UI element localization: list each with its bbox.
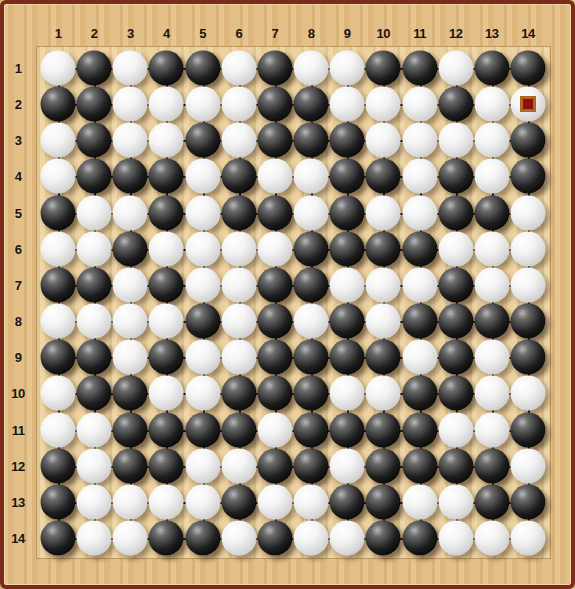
stone-white xyxy=(113,87,148,122)
stone-black xyxy=(113,231,148,266)
row-label: 8 xyxy=(15,314,22,329)
stone-white xyxy=(402,484,437,519)
stone-black xyxy=(41,195,76,230)
stone-white xyxy=(366,123,401,158)
stone-white xyxy=(113,520,148,555)
stone-black xyxy=(330,159,365,194)
row-label: 7 xyxy=(15,277,22,292)
stone-white xyxy=(149,304,184,339)
stone-black xyxy=(221,412,256,447)
stone-white xyxy=(185,484,220,519)
stone-white xyxy=(402,195,437,230)
stone-black xyxy=(77,159,112,194)
stone-black xyxy=(474,448,509,483)
stone-white xyxy=(330,376,365,411)
stone-white xyxy=(474,340,509,375)
last-move-marker xyxy=(520,96,536,112)
go-board-panel: 12345678910111213141234567891011121314 xyxy=(0,0,575,589)
stone-black xyxy=(185,51,220,86)
stone-black xyxy=(185,123,220,158)
stone-white xyxy=(402,267,437,302)
stone-black xyxy=(221,159,256,194)
stone-black xyxy=(185,304,220,339)
stone-white xyxy=(366,376,401,411)
stone-white xyxy=(366,304,401,339)
stone-black xyxy=(438,267,473,302)
row-label: 6 xyxy=(15,241,22,256)
stone-black xyxy=(438,376,473,411)
stone-black xyxy=(113,448,148,483)
stone-black xyxy=(149,195,184,230)
column-label: 10 xyxy=(377,26,390,41)
stone-white xyxy=(294,304,329,339)
row-label: 12 xyxy=(11,458,24,473)
stone-white xyxy=(221,51,256,86)
stone-white xyxy=(474,267,509,302)
stone-white xyxy=(113,484,148,519)
column-label: 8 xyxy=(308,26,315,41)
row-label: 4 xyxy=(15,169,22,184)
stone-white xyxy=(438,123,473,158)
stone-black xyxy=(41,267,76,302)
stone-black xyxy=(113,376,148,411)
stone-black xyxy=(438,340,473,375)
row-label: 11 xyxy=(12,422,25,437)
stone-white xyxy=(438,412,473,447)
stone-white xyxy=(510,231,545,266)
stone-black xyxy=(510,484,545,519)
stone-black xyxy=(402,231,437,266)
stone-black xyxy=(366,51,401,86)
stone-black xyxy=(257,123,292,158)
stone-black xyxy=(41,448,76,483)
stone-black xyxy=(510,412,545,447)
stone-black xyxy=(402,304,437,339)
stone-white xyxy=(294,159,329,194)
stone-black xyxy=(149,448,184,483)
stone-white xyxy=(41,51,76,86)
stone-black xyxy=(510,159,545,194)
stone-white xyxy=(113,340,148,375)
row-label: 5 xyxy=(15,205,22,220)
stone-black xyxy=(474,304,509,339)
column-label: 13 xyxy=(485,26,498,41)
stone-black xyxy=(41,340,76,375)
stone-black xyxy=(402,448,437,483)
column-label: 6 xyxy=(235,26,242,41)
stone-black xyxy=(474,51,509,86)
column-label: 3 xyxy=(127,26,134,41)
stone-white xyxy=(113,123,148,158)
stone-black xyxy=(41,484,76,519)
stone-white xyxy=(330,51,365,86)
stone-white xyxy=(77,195,112,230)
stone-white xyxy=(185,159,220,194)
column-label: 2 xyxy=(91,26,98,41)
stone-white xyxy=(113,195,148,230)
stone-white xyxy=(185,87,220,122)
stone-white xyxy=(149,484,184,519)
stone-white xyxy=(330,520,365,555)
stone-black xyxy=(402,520,437,555)
stone-white xyxy=(113,304,148,339)
stone-white xyxy=(257,231,292,266)
stone-black xyxy=(510,340,545,375)
stone-white xyxy=(402,123,437,158)
stone-black xyxy=(221,195,256,230)
stone-black xyxy=(257,267,292,302)
column-label: 4 xyxy=(163,26,170,41)
stone-black xyxy=(77,51,112,86)
stone-white xyxy=(438,484,473,519)
stone-black xyxy=(77,123,112,158)
stone-white xyxy=(41,376,76,411)
stone-black xyxy=(257,51,292,86)
stone-white xyxy=(402,87,437,122)
stone-black xyxy=(113,412,148,447)
stone-black xyxy=(474,195,509,230)
stone-black xyxy=(330,123,365,158)
stone-white xyxy=(366,267,401,302)
stone-black xyxy=(77,376,112,411)
stone-black xyxy=(330,231,365,266)
stone-white xyxy=(221,340,256,375)
stone-white xyxy=(113,51,148,86)
stone-black xyxy=(257,195,292,230)
stone-black xyxy=(113,159,148,194)
stone-white xyxy=(185,231,220,266)
stone-black xyxy=(510,123,545,158)
stone-white xyxy=(221,87,256,122)
stone-black xyxy=(257,376,292,411)
stone-white xyxy=(474,159,509,194)
column-label: 11 xyxy=(413,26,426,41)
stone-white xyxy=(185,267,220,302)
stone-black xyxy=(77,87,112,122)
stone-white xyxy=(221,448,256,483)
row-label: 14 xyxy=(11,530,24,545)
stone-black xyxy=(294,123,329,158)
stone-black xyxy=(330,340,365,375)
stone-black xyxy=(294,376,329,411)
stone-white xyxy=(294,51,329,86)
stone-white xyxy=(474,231,509,266)
stone-black xyxy=(185,520,220,555)
stone-black xyxy=(330,412,365,447)
stone-white xyxy=(77,412,112,447)
stone-white xyxy=(510,267,545,302)
stone-white xyxy=(113,267,148,302)
stone-white xyxy=(257,412,292,447)
stone-black xyxy=(330,304,365,339)
stone-black xyxy=(438,195,473,230)
stone-black xyxy=(294,412,329,447)
column-label: 5 xyxy=(199,26,206,41)
stone-white xyxy=(438,520,473,555)
stone-white xyxy=(77,484,112,519)
stone-black xyxy=(149,159,184,194)
stone-black xyxy=(438,448,473,483)
stone-black xyxy=(330,195,365,230)
stone-black xyxy=(366,484,401,519)
stone-black xyxy=(257,520,292,555)
stone-black xyxy=(185,412,220,447)
column-label: 12 xyxy=(449,26,462,41)
stone-white xyxy=(185,195,220,230)
stone-black xyxy=(294,340,329,375)
stone-black xyxy=(257,304,292,339)
stone-white xyxy=(510,195,545,230)
row-label: 2 xyxy=(15,97,22,112)
stone-white xyxy=(330,87,365,122)
stone-black xyxy=(366,340,401,375)
stone-white xyxy=(185,340,220,375)
stone-black xyxy=(257,340,292,375)
stone-white xyxy=(77,304,112,339)
stone-white xyxy=(221,267,256,302)
stone-white xyxy=(330,448,365,483)
stone-white xyxy=(474,412,509,447)
column-label: 7 xyxy=(272,26,279,41)
stone-black xyxy=(149,412,184,447)
stone-white xyxy=(41,159,76,194)
stone-black xyxy=(366,159,401,194)
stone-black xyxy=(294,231,329,266)
stone-white xyxy=(294,195,329,230)
stone-white xyxy=(221,123,256,158)
stone-white xyxy=(221,304,256,339)
stone-black xyxy=(149,51,184,86)
stone-white xyxy=(402,159,437,194)
stone-white xyxy=(149,231,184,266)
stone-black xyxy=(294,87,329,122)
stone-black xyxy=(149,340,184,375)
stone-white xyxy=(41,123,76,158)
stone-black xyxy=(41,520,76,555)
stone-black xyxy=(510,304,545,339)
row-label: 10 xyxy=(11,386,24,401)
stone-white xyxy=(41,231,76,266)
stone-black xyxy=(366,231,401,266)
stone-white xyxy=(41,304,76,339)
stone-white xyxy=(77,448,112,483)
stone-black xyxy=(402,51,437,86)
stone-white xyxy=(149,376,184,411)
stone-white xyxy=(149,123,184,158)
stone-white xyxy=(41,412,76,447)
stone-black xyxy=(257,87,292,122)
stone-white xyxy=(366,195,401,230)
stone-black xyxy=(474,484,509,519)
stone-black xyxy=(438,304,473,339)
stone-white xyxy=(294,520,329,555)
column-label: 9 xyxy=(344,26,351,41)
row-label: 9 xyxy=(15,350,22,365)
stone-black xyxy=(294,267,329,302)
stone-white xyxy=(510,448,545,483)
stone-white xyxy=(474,520,509,555)
stone-white xyxy=(402,340,437,375)
stone-black xyxy=(77,340,112,375)
stone-white xyxy=(438,51,473,86)
stone-black xyxy=(77,267,112,302)
stone-white xyxy=(330,267,365,302)
stone-white xyxy=(510,520,545,555)
stone-white xyxy=(366,87,401,122)
stone-white xyxy=(77,231,112,266)
row-label: 13 xyxy=(11,494,24,509)
stone-black xyxy=(330,484,365,519)
stone-black xyxy=(294,448,329,483)
stone-black xyxy=(438,159,473,194)
column-label: 14 xyxy=(521,26,534,41)
stone-white xyxy=(149,87,184,122)
stone-white xyxy=(77,520,112,555)
stone-black xyxy=(221,484,256,519)
stone-black xyxy=(402,412,437,447)
stone-white xyxy=(474,123,509,158)
stone-white xyxy=(510,376,545,411)
stone-white xyxy=(474,376,509,411)
stone-white xyxy=(294,484,329,519)
stone-black xyxy=(149,267,184,302)
stone-black xyxy=(510,51,545,86)
stone-black xyxy=(366,520,401,555)
stone-white xyxy=(221,520,256,555)
stone-black xyxy=(366,412,401,447)
stone-black xyxy=(149,520,184,555)
stone-black xyxy=(41,87,76,122)
stone-black xyxy=(257,448,292,483)
stone-white xyxy=(221,231,256,266)
stone-white xyxy=(257,484,292,519)
stone-white xyxy=(185,448,220,483)
stone-white xyxy=(185,376,220,411)
stone-black xyxy=(438,87,473,122)
stone-white xyxy=(474,87,509,122)
stone-white xyxy=(257,159,292,194)
stone-black xyxy=(221,376,256,411)
row-label: 3 xyxy=(15,133,22,148)
column-label: 1 xyxy=(55,26,62,41)
stone-white xyxy=(438,231,473,266)
row-label: 1 xyxy=(15,61,22,76)
stone-black xyxy=(402,376,437,411)
stone-black xyxy=(366,448,401,483)
